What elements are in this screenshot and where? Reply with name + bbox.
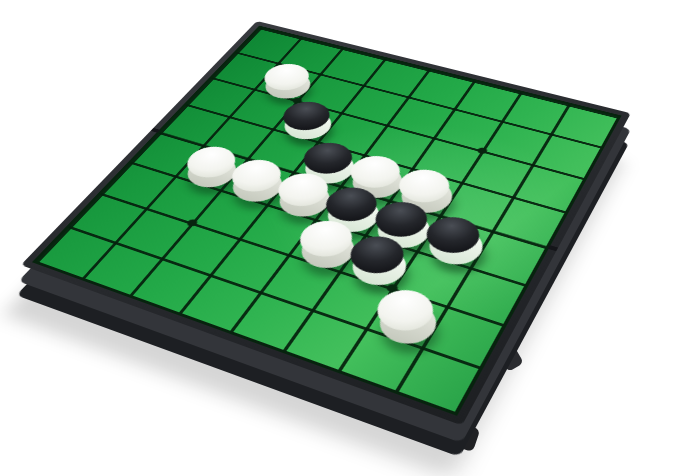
board-top-face — [37, 28, 618, 412]
othello-board-photo — [0, 0, 681, 476]
board-grid — [32, 26, 622, 416]
